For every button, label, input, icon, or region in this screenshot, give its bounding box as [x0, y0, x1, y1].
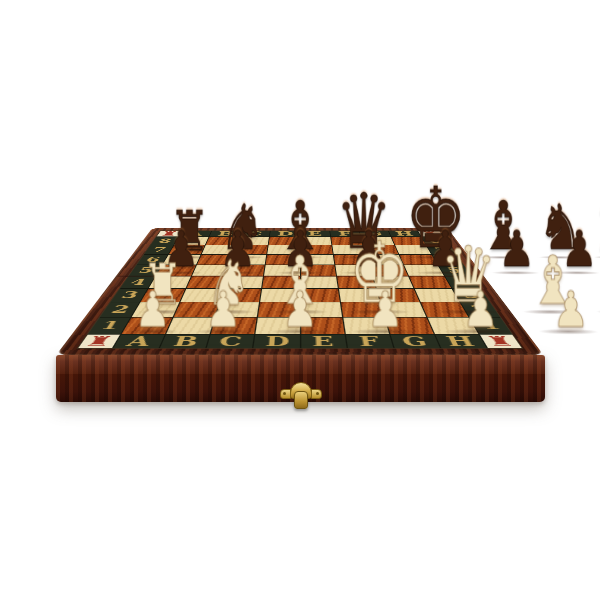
corner-rook-icon-text: ♜: [420, 231, 440, 237]
file-label: E: [301, 335, 347, 349]
brass-clasp: [279, 382, 323, 416]
pieces-layer: ♜♞♝♛♚♝♞♜♟♟♟♟♟♟♟♟♜♞♝♚♛♝♞♜♟♟♟♟♟♟♟♟: [119, 236, 482, 335]
piece-white-pawn[interactable]: ♟: [463, 286, 499, 333]
rank-label-text: 1: [97, 320, 121, 331]
file-label-text: C: [218, 335, 243, 349]
file-label: G: [390, 335, 440, 349]
file-label-text: H: [444, 335, 478, 349]
file-label: B: [160, 335, 210, 349]
corner-rook-icon-text: ♜: [484, 335, 518, 349]
file-label-text: G: [400, 335, 429, 349]
file-label: H: [435, 335, 487, 349]
file-label: A: [113, 335, 165, 349]
piece-white-pawn[interactable]: ♟: [367, 286, 403, 333]
corner-rook-icon: ♜: [480, 335, 522, 349]
rank-label-text: 2: [109, 304, 132, 314]
file-label: D: [254, 335, 300, 349]
clasp-screw-left: [283, 392, 286, 395]
file-label-text: B: [171, 335, 200, 349]
file-label-text: E: [312, 335, 334, 349]
piece-cell-d1: ♟: [338, 315, 432, 335]
piece-white-pawn[interactable]: ♟: [553, 286, 589, 333]
file-label: C: [207, 335, 255, 349]
chess-board: ♜ABCDEFGH♜8877665544332211♜ABCDEFGH♜ ♜♞♝…: [56, 228, 544, 356]
photo-background: ♜ABCDEFGH♜8877665544332211♜ABCDEFGH♜ ♜♞♝…: [0, 0, 600, 600]
file-label-text: C: [247, 231, 263, 237]
clasp-hasp: [294, 391, 308, 409]
file-label-text: A: [125, 335, 154, 349]
piece-cell-c1: ♟: [260, 315, 340, 335]
file-label-text: B: [217, 231, 235, 237]
file-label-text: D: [264, 335, 289, 349]
file-label: F: [345, 335, 393, 349]
file-label-text: F: [358, 335, 381, 349]
corner-rook-icon-text: ♜: [82, 335, 116, 349]
file-label-text: D: [277, 231, 293, 237]
piece-white-pawn[interactable]: ♟: [134, 286, 170, 333]
piece-cell-e1: ♟: [423, 315, 532, 335]
piece-cell-a1: ♟: [119, 315, 194, 335]
file-label-text: E: [308, 231, 322, 237]
piece-cell-b1: ♟: [185, 315, 262, 335]
piece-cell-f1: ♟: [516, 315, 600, 335]
piece-white-pawn[interactable]: ♟: [205, 286, 241, 333]
piece-white-pawn[interactable]: ♟: [282, 286, 318, 333]
clasp-screw-right: [316, 392, 319, 395]
